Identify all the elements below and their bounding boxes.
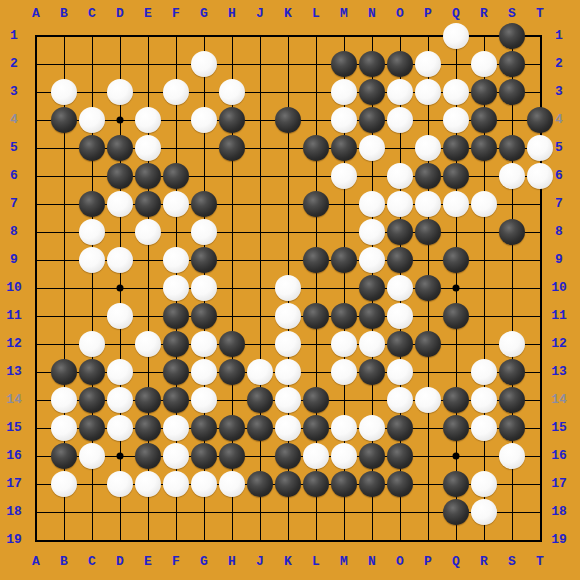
white-stone-N9[interactable] — [359, 247, 385, 273]
white-stone-O11[interactable] — [387, 303, 413, 329]
black-stone-D6[interactable] — [107, 163, 133, 189]
black-stone-O8[interactable] — [387, 219, 413, 245]
black-stone-G7[interactable] — [191, 191, 217, 217]
white-stone-N12[interactable] — [359, 331, 385, 357]
black-stone-S1[interactable] — [499, 23, 525, 49]
row-label-right-15: 15 — [547, 420, 571, 436]
black-stone-C14[interactable] — [79, 387, 105, 413]
row-label-right-17: 17 — [547, 476, 571, 492]
white-stone-D17[interactable] — [107, 471, 133, 497]
white-stone-T5[interactable] — [527, 135, 553, 161]
black-stone-H12[interactable] — [219, 331, 245, 357]
black-stone-Q15[interactable] — [443, 415, 469, 441]
white-stone-N15[interactable] — [359, 415, 385, 441]
row-label-left-10: 10 — [2, 280, 26, 296]
black-stone-C15[interactable] — [79, 415, 105, 441]
star-point-D10 — [117, 285, 124, 292]
black-stone-O15[interactable] — [387, 415, 413, 441]
white-stone-L16[interactable] — [303, 443, 329, 469]
col-label-top-O: O — [388, 6, 412, 22]
col-label-bottom-F: F — [164, 554, 188, 570]
black-stone-R4[interactable] — [471, 107, 497, 133]
white-stone-R2[interactable] — [471, 51, 497, 77]
black-stone-N13[interactable] — [359, 359, 385, 385]
col-label-top-T: T — [528, 6, 552, 22]
col-label-bottom-E: E — [136, 554, 160, 570]
black-stone-Q18[interactable] — [443, 499, 469, 525]
black-stone-O2[interactable] — [387, 51, 413, 77]
col-label-top-Q: Q — [444, 6, 468, 22]
black-stone-S15[interactable] — [499, 415, 525, 441]
white-stone-O7[interactable] — [387, 191, 413, 217]
row-label-right-18: 18 — [547, 504, 571, 520]
row-label-right-1: 1 — [547, 28, 571, 44]
col-label-bottom-T: T — [528, 554, 552, 570]
col-label-bottom-P: P — [416, 554, 440, 570]
black-stone-G16[interactable] — [191, 443, 217, 469]
col-label-bottom-C: C — [80, 554, 104, 570]
black-stone-B13[interactable] — [51, 359, 77, 385]
black-stone-F6[interactable] — [163, 163, 189, 189]
white-stone-F7[interactable] — [163, 191, 189, 217]
white-stone-R13[interactable] — [471, 359, 497, 385]
black-stone-L5[interactable] — [303, 135, 329, 161]
white-stone-K11[interactable] — [275, 303, 301, 329]
white-stone-E4[interactable] — [135, 107, 161, 133]
white-stone-C12[interactable] — [79, 331, 105, 357]
white-stone-C8[interactable] — [79, 219, 105, 245]
white-stone-P14[interactable] — [415, 387, 441, 413]
black-stone-B16[interactable] — [51, 443, 77, 469]
black-stone-G15[interactable] — [191, 415, 217, 441]
black-stone-N4[interactable] — [359, 107, 385, 133]
black-stone-D5[interactable] — [107, 135, 133, 161]
col-label-bottom-D: D — [108, 554, 132, 570]
white-stone-B17[interactable] — [51, 471, 77, 497]
white-stone-M12[interactable] — [331, 331, 357, 357]
black-stone-N2[interactable] — [359, 51, 385, 77]
col-label-bottom-J: J — [248, 554, 272, 570]
black-stone-K4[interactable] — [275, 107, 301, 133]
goban-board: AABBCCDDEEFFGGHHJJKKLLMMNNOOPPQQRRSSTT11… — [0, 0, 580, 580]
black-stone-Q11[interactable] — [443, 303, 469, 329]
black-stone-M17[interactable] — [331, 471, 357, 497]
col-label-top-E: E — [136, 6, 160, 22]
white-stone-B14[interactable] — [51, 387, 77, 413]
row-label-right-8: 8 — [547, 224, 571, 240]
black-stone-S3[interactable] — [499, 79, 525, 105]
white-stone-K10[interactable] — [275, 275, 301, 301]
white-stone-G17[interactable] — [191, 471, 217, 497]
white-stone-G12[interactable] — [191, 331, 217, 357]
black-stone-R3[interactable] — [471, 79, 497, 105]
black-stone-H5[interactable] — [219, 135, 245, 161]
col-label-bottom-B: B — [52, 554, 76, 570]
black-stone-O12[interactable] — [387, 331, 413, 357]
col-label-top-L: L — [304, 6, 328, 22]
white-stone-B3[interactable] — [51, 79, 77, 105]
black-stone-C5[interactable] — [79, 135, 105, 161]
col-label-top-P: P — [416, 6, 440, 22]
black-stone-S2[interactable] — [499, 51, 525, 77]
white-stone-E8[interactable] — [135, 219, 161, 245]
col-label-bottom-M: M — [332, 554, 356, 570]
col-label-top-H: H — [220, 6, 244, 22]
white-stone-O13[interactable] — [387, 359, 413, 385]
black-stone-E6[interactable] — [135, 163, 161, 189]
white-stone-R7[interactable] — [471, 191, 497, 217]
row-label-right-10: 10 — [547, 280, 571, 296]
black-stone-N3[interactable] — [359, 79, 385, 105]
black-stone-Q5[interactable] — [443, 135, 469, 161]
white-stone-D9[interactable] — [107, 247, 133, 273]
row-label-left-17: 17 — [2, 476, 26, 492]
col-label-bottom-N: N — [360, 554, 384, 570]
white-stone-C9[interactable] — [79, 247, 105, 273]
black-stone-J14[interactable] — [247, 387, 273, 413]
black-stone-H15[interactable] — [219, 415, 245, 441]
black-stone-L9[interactable] — [303, 247, 329, 273]
black-stone-P12[interactable] — [415, 331, 441, 357]
white-stone-O6[interactable] — [387, 163, 413, 189]
row-label-left-18: 18 — [2, 504, 26, 520]
white-stone-F3[interactable] — [163, 79, 189, 105]
black-stone-G11[interactable] — [191, 303, 217, 329]
white-stone-D13[interactable] — [107, 359, 133, 385]
black-stone-K17[interactable] — [275, 471, 301, 497]
row-label-left-19: 19 — [2, 532, 26, 548]
row-label-right-7: 7 — [547, 196, 571, 212]
white-stone-R15[interactable] — [471, 415, 497, 441]
black-stone-N10[interactable] — [359, 275, 385, 301]
black-stone-P6[interactable] — [415, 163, 441, 189]
row-label-right-16: 16 — [547, 448, 571, 464]
star-point-Q10 — [453, 285, 460, 292]
col-label-top-N: N — [360, 6, 384, 22]
row-label-right-13: 13 — [547, 364, 571, 380]
row-label-left-8: 8 — [2, 224, 26, 240]
row-label-left-5: 5 — [2, 140, 26, 156]
white-stone-R18[interactable] — [471, 499, 497, 525]
white-stone-K15[interactable] — [275, 415, 301, 441]
white-stone-F15[interactable] — [163, 415, 189, 441]
col-label-bottom-A: A — [24, 554, 48, 570]
white-stone-G10[interactable] — [191, 275, 217, 301]
col-label-top-D: D — [108, 6, 132, 22]
black-stone-M2[interactable] — [331, 51, 357, 77]
white-stone-K13[interactable] — [275, 359, 301, 385]
black-stone-S14[interactable] — [499, 387, 525, 413]
col-label-top-J: J — [248, 6, 272, 22]
white-stone-D3[interactable] — [107, 79, 133, 105]
white-stone-D11[interactable] — [107, 303, 133, 329]
row-label-right-19: 19 — [547, 532, 571, 548]
white-stone-O14[interactable] — [387, 387, 413, 413]
white-stone-C16[interactable] — [79, 443, 105, 469]
white-stone-S16[interactable] — [499, 443, 525, 469]
black-stone-Q17[interactable] — [443, 471, 469, 497]
col-label-top-K: K — [276, 6, 300, 22]
white-stone-Q1[interactable] — [443, 23, 469, 49]
black-stone-B4[interactable] — [51, 107, 77, 133]
black-stone-J15[interactable] — [247, 415, 273, 441]
black-stone-O17[interactable] — [387, 471, 413, 497]
white-stone-R14[interactable] — [471, 387, 497, 413]
white-stone-B15[interactable] — [51, 415, 77, 441]
col-label-bottom-S: S — [500, 554, 524, 570]
black-stone-F11[interactable] — [163, 303, 189, 329]
white-stone-S6[interactable] — [499, 163, 525, 189]
white-stone-Q4[interactable] — [443, 107, 469, 133]
col-label-bottom-H: H — [220, 554, 244, 570]
black-stone-H16[interactable] — [219, 443, 245, 469]
row-label-left-6: 6 — [2, 168, 26, 184]
black-stone-C7[interactable] — [79, 191, 105, 217]
white-stone-P3[interactable] — [415, 79, 441, 105]
black-stone-E16[interactable] — [135, 443, 161, 469]
black-stone-P10[interactable] — [415, 275, 441, 301]
black-stone-P8[interactable] — [415, 219, 441, 245]
row-label-right-3: 3 — [547, 84, 571, 100]
white-stone-G13[interactable] — [191, 359, 217, 385]
white-stone-O4[interactable] — [387, 107, 413, 133]
row-label-right-12: 12 — [547, 336, 571, 352]
black-stone-E7[interactable] — [135, 191, 161, 217]
white-stone-K14[interactable] — [275, 387, 301, 413]
black-stone-R5[interactable] — [471, 135, 497, 161]
white-stone-G4[interactable] — [191, 107, 217, 133]
white-stone-K12[interactable] — [275, 331, 301, 357]
white-stone-R17[interactable] — [471, 471, 497, 497]
black-stone-M5[interactable] — [331, 135, 357, 161]
black-stone-S5[interactable] — [499, 135, 525, 161]
row-label-left-14: 14 — [2, 392, 26, 408]
row-label-right-9: 9 — [547, 252, 571, 268]
black-stone-L7[interactable] — [303, 191, 329, 217]
white-stone-O10[interactable] — [387, 275, 413, 301]
white-stone-M4[interactable] — [331, 107, 357, 133]
black-stone-N17[interactable] — [359, 471, 385, 497]
white-stone-F9[interactable] — [163, 247, 189, 273]
white-stone-M13[interactable] — [331, 359, 357, 385]
row-label-left-16: 16 — [2, 448, 26, 464]
col-label-top-F: F — [164, 6, 188, 22]
white-stone-H3[interactable] — [219, 79, 245, 105]
white-stone-F17[interactable] — [163, 471, 189, 497]
white-stone-P5[interactable] — [415, 135, 441, 161]
col-label-bottom-L: L — [304, 554, 328, 570]
col-label-bottom-G: G — [192, 554, 216, 570]
star-point-D4 — [117, 117, 124, 124]
black-stone-S8[interactable] — [499, 219, 525, 245]
black-stone-S13[interactable] — [499, 359, 525, 385]
star-point-D16 — [117, 453, 124, 460]
white-stone-C4[interactable] — [79, 107, 105, 133]
row-label-left-11: 11 — [2, 308, 26, 324]
white-stone-J13[interactable] — [247, 359, 273, 385]
black-stone-F14[interactable] — [163, 387, 189, 413]
black-stone-C13[interactable] — [79, 359, 105, 385]
white-stone-Q3[interactable] — [443, 79, 469, 105]
white-stone-T6[interactable] — [527, 163, 553, 189]
black-stone-L15[interactable] — [303, 415, 329, 441]
white-stone-E12[interactable] — [135, 331, 161, 357]
white-stone-Q7[interactable] — [443, 191, 469, 217]
white-stone-P7[interactable] — [415, 191, 441, 217]
black-stone-F13[interactable] — [163, 359, 189, 385]
white-stone-D15[interactable] — [107, 415, 133, 441]
black-stone-F12[interactable] — [163, 331, 189, 357]
black-stone-M9[interactable] — [331, 247, 357, 273]
white-stone-M6[interactable] — [331, 163, 357, 189]
black-stone-E15[interactable] — [135, 415, 161, 441]
white-stone-D14[interactable] — [107, 387, 133, 413]
black-stone-H13[interactable] — [219, 359, 245, 385]
black-stone-Q14[interactable] — [443, 387, 469, 413]
col-label-top-M: M — [332, 6, 356, 22]
col-label-bottom-Q: Q — [444, 554, 468, 570]
col-label-top-B: B — [52, 6, 76, 22]
white-stone-M15[interactable] — [331, 415, 357, 441]
black-stone-T4[interactable] — [527, 107, 553, 133]
white-stone-F16[interactable] — [163, 443, 189, 469]
white-stone-G8[interactable] — [191, 219, 217, 245]
white-stone-N7[interactable] — [359, 191, 385, 217]
black-stone-E14[interactable] — [135, 387, 161, 413]
white-stone-N5[interactable] — [359, 135, 385, 161]
white-stone-E5[interactable] — [135, 135, 161, 161]
row-label-left-1: 1 — [2, 28, 26, 44]
black-stone-O9[interactable] — [387, 247, 413, 273]
row-label-left-3: 3 — [2, 84, 26, 100]
black-stone-M11[interactable] — [331, 303, 357, 329]
white-stone-S12[interactable] — [499, 331, 525, 357]
black-stone-N16[interactable] — [359, 443, 385, 469]
black-stone-Q9[interactable] — [443, 247, 469, 273]
white-stone-P2[interactable] — [415, 51, 441, 77]
row-label-left-2: 2 — [2, 56, 26, 72]
col-label-top-C: C — [80, 6, 104, 22]
black-stone-L11[interactable] — [303, 303, 329, 329]
white-stone-O3[interactable] — [387, 79, 413, 105]
black-stone-J17[interactable] — [247, 471, 273, 497]
black-stone-G9[interactable] — [191, 247, 217, 273]
white-stone-G2[interactable] — [191, 51, 217, 77]
col-label-top-G: G — [192, 6, 216, 22]
row-label-left-9: 9 — [2, 252, 26, 268]
white-stone-G14[interactable] — [191, 387, 217, 413]
black-stone-L17[interactable] — [303, 471, 329, 497]
white-stone-M16[interactable] — [331, 443, 357, 469]
col-label-top-R: R — [472, 6, 496, 22]
col-label-bottom-R: R — [472, 554, 496, 570]
row-label-left-12: 12 — [2, 336, 26, 352]
white-stone-D7[interactable] — [107, 191, 133, 217]
col-label-top-S: S — [500, 6, 524, 22]
black-stone-H4[interactable] — [219, 107, 245, 133]
col-label-top-A: A — [24, 6, 48, 22]
black-stone-O16[interactable] — [387, 443, 413, 469]
black-stone-K16[interactable] — [275, 443, 301, 469]
white-stone-E17[interactable] — [135, 471, 161, 497]
row-label-right-2: 2 — [547, 56, 571, 72]
row-label-left-7: 7 — [2, 196, 26, 212]
white-stone-M3[interactable] — [331, 79, 357, 105]
row-label-left-4: 4 — [2, 112, 26, 128]
white-stone-N8[interactable] — [359, 219, 385, 245]
white-stone-F10[interactable] — [163, 275, 189, 301]
col-label-bottom-K: K — [276, 554, 300, 570]
black-stone-N11[interactable] — [359, 303, 385, 329]
black-stone-L14[interactable] — [303, 387, 329, 413]
row-label-right-11: 11 — [547, 308, 571, 324]
col-label-bottom-O: O — [388, 554, 412, 570]
white-stone-H17[interactable] — [219, 471, 245, 497]
row-label-left-15: 15 — [2, 420, 26, 436]
row-label-right-14: 14 — [547, 392, 571, 408]
black-stone-Q6[interactable] — [443, 163, 469, 189]
row-label-left-13: 13 — [2, 364, 26, 380]
star-point-Q16 — [453, 453, 460, 460]
